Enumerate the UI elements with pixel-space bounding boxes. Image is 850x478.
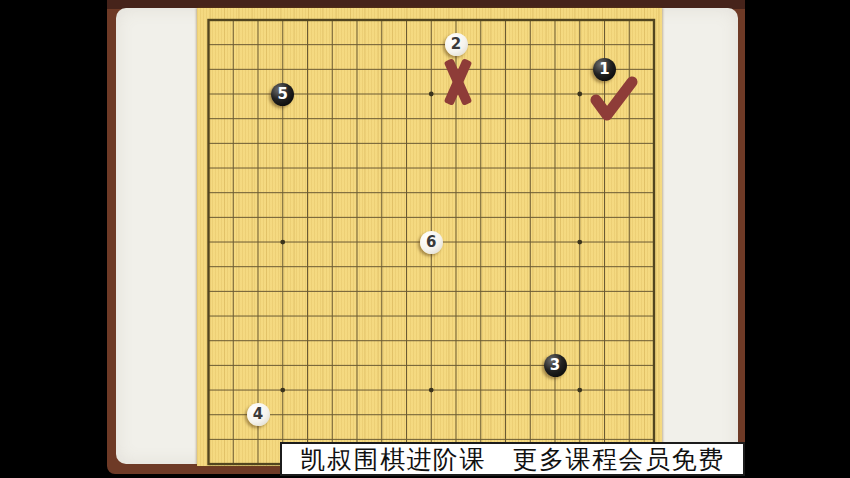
stone-black-D16: 5 — [271, 83, 294, 106]
stone-white-K18: 2 — [445, 33, 468, 56]
move-number-label: 3 — [550, 357, 560, 372]
caption-bar: 凯叔围棋进阶课 更多课程会员免费 — [280, 442, 745, 476]
stone-white-C3: 4 — [247, 403, 270, 426]
go-board: 123456 — [197, 8, 662, 466]
move-number-label: 2 — [451, 37, 461, 52]
move-number-label: 6 — [426, 234, 436, 249]
video-caption-text: 凯叔围棋进阶课 更多课程会员免费 — [301, 447, 725, 472]
move-number-label: 5 — [278, 86, 288, 101]
stone-black-P5: 3 — [544, 354, 567, 377]
video-frame[interactable]: 123456 凯叔围棋进阶课 更多课程会员免费 — [0, 0, 850, 478]
stone-white-K10: 6 — [420, 231, 443, 254]
move-number-label: 4 — [253, 407, 263, 422]
